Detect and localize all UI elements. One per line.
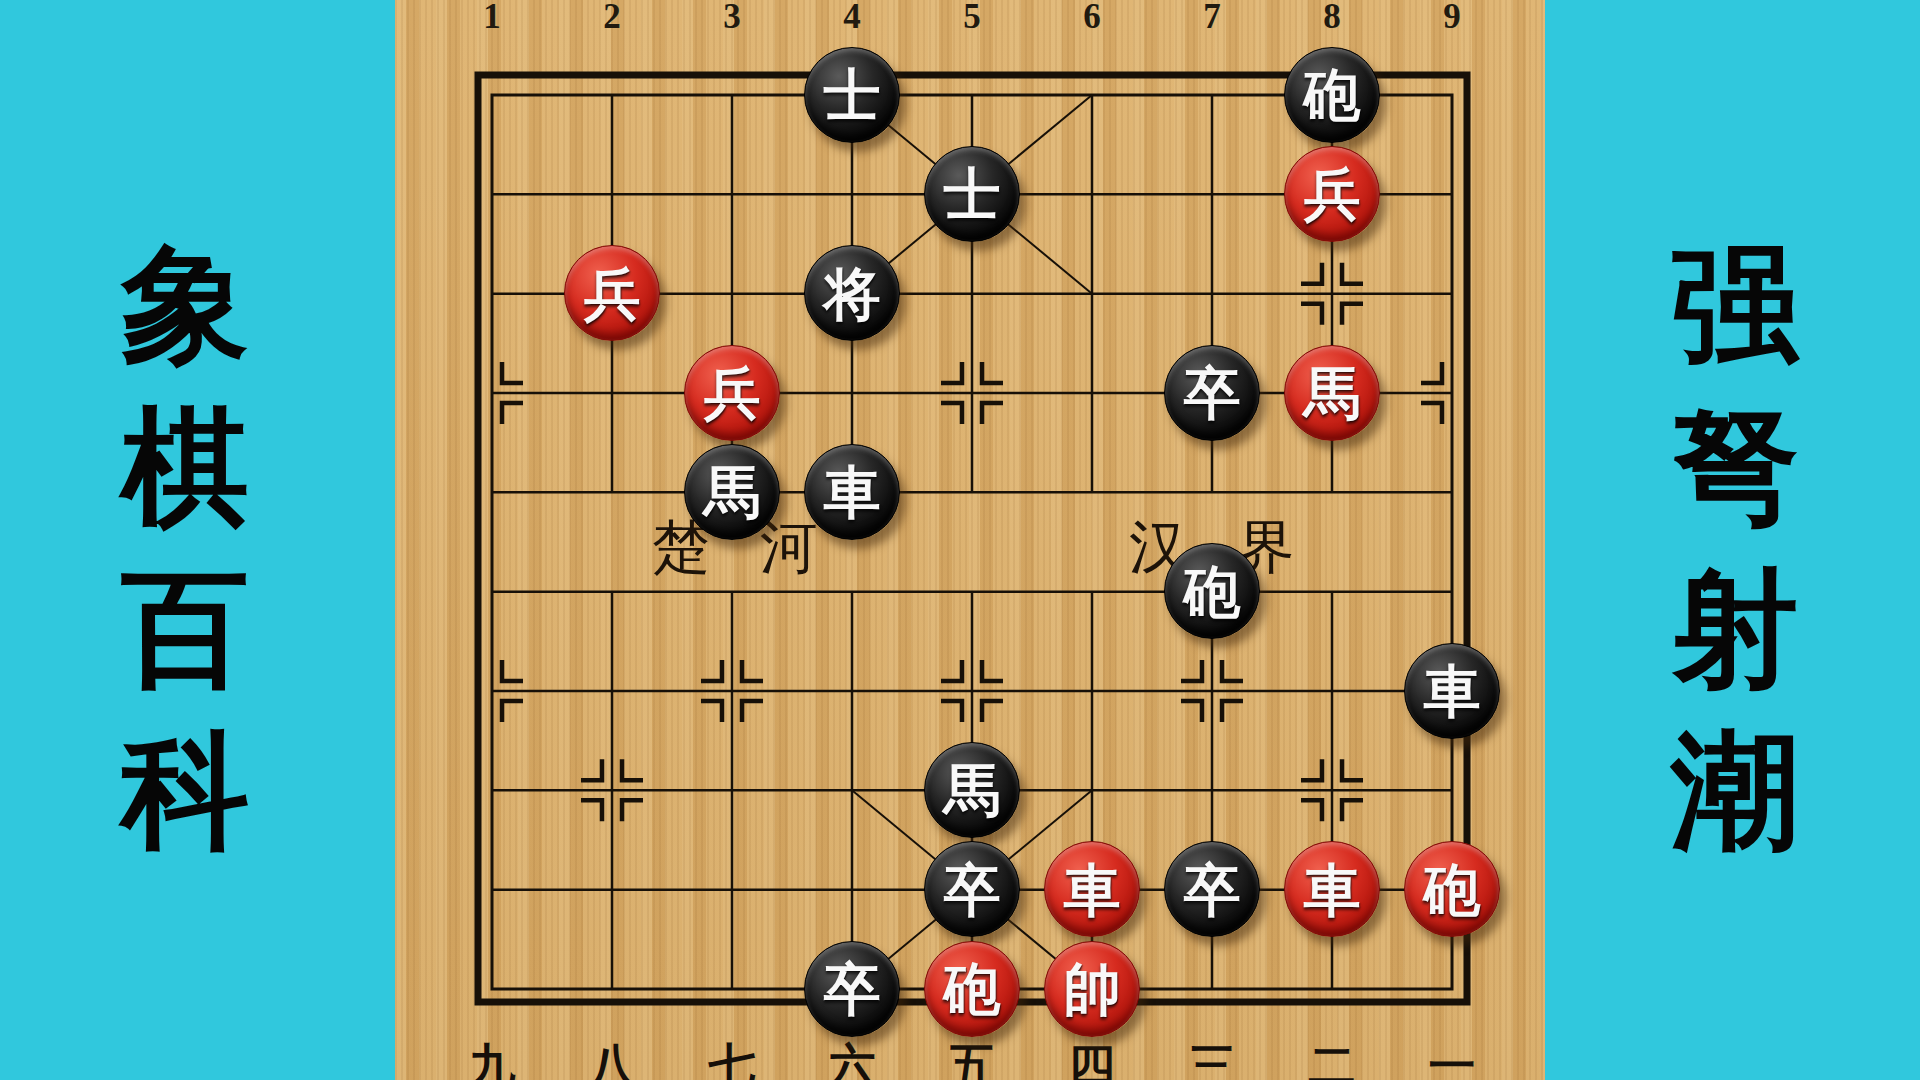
piece-glyph: 卒	[944, 862, 1001, 919]
piece-glyph: 砲	[1184, 564, 1241, 621]
piece-glyph: 兵	[1304, 166, 1361, 223]
piece-glyph: 馬	[944, 762, 1001, 819]
piece-glyph: 卒	[1184, 365, 1241, 422]
right-caption: 强弩射潮	[1669, 224, 1801, 872]
piece-glyph: 卒	[824, 961, 881, 1018]
red-soldier[interactable]: 兵	[564, 245, 660, 341]
black-horse[interactable]: 馬	[684, 444, 780, 540]
red-chariot[interactable]: 車	[1284, 841, 1380, 937]
piece-glyph: 士	[944, 166, 1001, 223]
file-label-bot-7: 三	[1189, 1035, 1236, 1080]
black-cannon[interactable]: 砲	[1284, 47, 1380, 143]
piece-glyph: 砲	[944, 961, 1001, 1018]
red-soldier[interactable]: 兵	[684, 345, 780, 441]
red-general[interactable]: 帥	[1044, 941, 1140, 1037]
piece-glyph: 車	[1304, 862, 1361, 919]
piece-glyph: 士	[824, 67, 881, 124]
black-advisor[interactable]: 士	[924, 146, 1020, 242]
black-cannon[interactable]: 砲	[1164, 543, 1260, 639]
piece-glyph: 車	[1064, 862, 1121, 919]
xiangqi-board: 123456789 九八七六五四三二一 楚河 汉界 士砲士兵兵将兵卒馬馬車砲車馬…	[395, 0, 1545, 1080]
file-label-bot-5: 五	[949, 1035, 996, 1080]
piece-glyph: 車	[824, 464, 881, 521]
file-label-top-1: 1	[483, 0, 501, 37]
red-soldier[interactable]: 兵	[1284, 146, 1380, 242]
piece-glyph: 砲	[1304, 67, 1361, 124]
black-soldier[interactable]: 卒	[924, 841, 1020, 937]
piece-grid: 士砲士兵兵将兵卒馬馬車砲車馬卒車卒車砲卒砲帥	[432, 45, 1512, 1039]
file-label-bot-4: 六	[829, 1035, 876, 1080]
piece-glyph: 卒	[1184, 862, 1241, 919]
red-cannon[interactable]: 砲	[1404, 841, 1500, 937]
file-label-top-4: 4	[843, 0, 861, 37]
file-label-bot-6: 四	[1069, 1035, 1116, 1080]
file-label-top-2: 2	[603, 0, 621, 37]
black-advisor[interactable]: 士	[804, 47, 900, 143]
screenshot-stage: 象棋百科 强弩射潮	[0, 0, 1920, 1080]
piece-glyph: 兵	[584, 266, 641, 323]
red-chariot[interactable]: 車	[1044, 841, 1140, 937]
black-chariot[interactable]: 車	[1404, 643, 1500, 739]
file-label-bot-1: 九	[469, 1035, 516, 1080]
piece-glyph: 帥	[1064, 961, 1121, 1018]
left-caption: 象棋百科	[119, 224, 251, 872]
file-label-top-9: 9	[1443, 0, 1461, 37]
black-soldier[interactable]: 卒	[1164, 841, 1260, 937]
piece-glyph: 馬	[704, 464, 761, 521]
black-general[interactable]: 将	[804, 245, 900, 341]
file-label-top-7: 7	[1203, 0, 1221, 37]
piece-glyph: 馬	[1304, 365, 1361, 422]
piece-glyph: 将	[824, 266, 881, 323]
file-label-bot-9: 一	[1429, 1035, 1476, 1080]
red-cannon[interactable]: 砲	[924, 941, 1020, 1037]
black-chariot[interactable]: 車	[804, 444, 900, 540]
black-horse[interactable]: 馬	[924, 742, 1020, 838]
file-label-bot-2: 八	[589, 1035, 636, 1080]
piece-glyph: 兵	[704, 365, 761, 422]
black-soldier[interactable]: 卒	[804, 941, 900, 1037]
file-label-top-6: 6	[1083, 0, 1101, 37]
file-label-top-5: 5	[963, 0, 981, 37]
file-label-bot-3: 七	[709, 1035, 756, 1080]
piece-glyph: 砲	[1424, 862, 1481, 919]
black-soldier[interactable]: 卒	[1164, 345, 1260, 441]
red-horse[interactable]: 馬	[1284, 345, 1380, 441]
piece-glyph: 車	[1424, 663, 1481, 720]
file-label-bot-8: 二	[1309, 1035, 1356, 1080]
file-label-top-8: 8	[1323, 0, 1341, 37]
file-label-top-3: 3	[723, 0, 741, 37]
